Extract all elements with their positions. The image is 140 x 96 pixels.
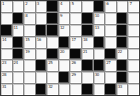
white-cell-r8c5[interactable]: 32: [47, 84, 58, 95]
clue-number: 18: [83, 37, 87, 42]
black-cell-r6c8: [82, 60, 93, 71]
clue-number: 19: [25, 49, 29, 54]
white-cell-r5c9[interactable]: [94, 49, 105, 60]
white-cell-r5c1[interactable]: [1, 49, 12, 60]
white-cell-r2c7[interactable]: [70, 13, 81, 24]
white-cell-r8c9[interactable]: [94, 84, 105, 95]
white-cell-r1c2[interactable]: [13, 1, 24, 12]
white-cell-r5c4[interactable]: [36, 49, 47, 60]
white-cell-r7c7[interactable]: 29: [70, 72, 81, 83]
black-cell-r4c9: [94, 37, 105, 48]
clue-number: 22: [118, 49, 122, 54]
clue-number: 31: [2, 84, 6, 89]
white-cell-r8c1[interactable]: 31: [1, 84, 12, 95]
clue-number: 5: [71, 1, 73, 6]
black-cell-r6c11: [117, 60, 128, 71]
white-cell-r7c3[interactable]: [24, 72, 35, 83]
clue-number: 28: [2, 72, 6, 77]
clue-number: 10: [95, 13, 99, 18]
white-cell-r1c1[interactable]: 1: [1, 1, 12, 12]
black-cell-r6c9: [94, 60, 105, 71]
white-cell-r7c9[interactable]: 30: [94, 72, 105, 83]
black-cell-r2c8: [82, 13, 93, 24]
black-cell-r2c5: [47, 13, 58, 24]
white-cell-r1c11[interactable]: [117, 1, 128, 12]
clue-number: 11: [14, 25, 18, 30]
white-cell-r5c3[interactable]: 19: [24, 49, 35, 60]
white-cell-r1c7[interactable]: 5: [70, 1, 81, 12]
white-cell-r3c6[interactable]: 12: [59, 25, 70, 36]
clue-number: 16: [37, 37, 41, 42]
black-cell-r4c6: [59, 37, 70, 48]
white-cell-r7c10[interactable]: [105, 72, 116, 83]
clue-number: 20: [60, 49, 64, 54]
black-cell-r3c1: [1, 25, 12, 36]
white-cell-r4c7[interactable]: 17: [70, 37, 81, 48]
white-cell-r5c6[interactable]: 20: [59, 49, 70, 60]
black-cell-r3c5: [47, 25, 58, 36]
clue-number: 9: [60, 13, 62, 18]
white-cell-r4c4[interactable]: 16: [36, 37, 47, 48]
white-cell-r4c3[interactable]: 15: [24, 37, 35, 48]
black-cell-r8c4: [36, 84, 47, 95]
black-cell-r5c7: [70, 49, 81, 60]
black-cell-r1c5: [47, 1, 58, 12]
white-cell-r5c11[interactable]: 22: [117, 49, 128, 60]
white-cell-r2c12[interactable]: [128, 13, 139, 24]
black-cell-r3c8: [82, 25, 93, 36]
white-cell-r8c11[interactable]: 33: [117, 84, 128, 95]
white-cell-r8c6[interactable]: [59, 84, 70, 95]
clue-number: 3: [37, 1, 39, 6]
black-cell-r3c11: [117, 25, 128, 36]
clue-number: 23: [2, 60, 6, 65]
clue-number: 32: [48, 84, 52, 89]
clue-number: 33: [118, 84, 122, 89]
black-cell-r8c8: [82, 84, 93, 95]
white-cell-r6c3[interactable]: [24, 60, 35, 71]
white-cell-r5c8[interactable]: 21: [82, 49, 93, 60]
white-cell-r8c7[interactable]: [70, 84, 81, 95]
clue-number: 4: [60, 1, 62, 6]
white-cell-r4c12[interactable]: [128, 37, 139, 48]
black-cell-r7c6: [59, 72, 70, 83]
white-cell-r7c2[interactable]: [13, 72, 24, 83]
white-cell-r1c6[interactable]: 4: [59, 1, 70, 12]
white-cell-r7c5[interactable]: [47, 72, 58, 83]
clue-number: 21: [83, 49, 87, 54]
white-cell-r6c7[interactable]: 26: [70, 60, 81, 71]
white-cell-r2c9[interactable]: 10: [94, 13, 105, 24]
white-cell-r3c7[interactable]: [70, 25, 81, 36]
white-cell-r1c10[interactable]: 6: [105, 1, 116, 12]
white-cell-r7c1[interactable]: 28: [1, 72, 12, 83]
black-cell-r2c11: [117, 13, 128, 24]
clue-number: 13: [95, 25, 99, 30]
white-cell-r4c10[interactable]: [105, 37, 116, 48]
clue-number: 17: [71, 37, 75, 42]
black-cell-r5c2: [13, 49, 24, 60]
white-cell-r1c4[interactable]: 3: [36, 1, 47, 12]
white-cell-r6c1[interactable]: 23: [1, 60, 12, 71]
clue-number: 8: [25, 13, 27, 18]
clue-number: 27: [106, 60, 110, 65]
black-cell-r8c10: [105, 84, 116, 95]
white-cell-r6c6[interactable]: [59, 60, 70, 71]
clue-number: 1: [2, 1, 4, 6]
white-cell-r3c2[interactable]: 11: [13, 25, 24, 36]
clue-number: 7: [129, 1, 131, 6]
black-cell-r6c4: [36, 60, 47, 71]
white-cell-r3c10[interactable]: [105, 25, 116, 36]
white-cell-r3c9[interactable]: 13: [94, 25, 105, 36]
white-cell-r7c8[interactable]: [82, 72, 93, 83]
white-cell-r4c1[interactable]: 14: [1, 37, 12, 48]
black-cell-r4c2: [13, 37, 24, 48]
white-cell-r6c5[interactable]: 25: [47, 60, 58, 71]
clue-number: 29: [71, 72, 75, 77]
black-cell-r2c2: [13, 13, 24, 24]
black-cell-r7c11: [117, 72, 128, 83]
clue-number: 24: [14, 60, 18, 65]
black-cell-r4c11: [117, 37, 128, 48]
clue-number: 30: [95, 72, 99, 77]
white-cell-r7c4[interactable]: [36, 72, 47, 83]
black-cell-r1c9: [94, 1, 105, 12]
black-cell-r5c5: [47, 49, 58, 60]
white-cell-r1c12[interactable]: 7: [128, 1, 139, 12]
clue-number: 6: [106, 1, 108, 6]
white-cell-r2c4[interactable]: [36, 13, 47, 24]
white-cell-r4c8[interactable]: 18: [82, 37, 93, 48]
white-cell-r2c3[interactable]: 8: [24, 13, 35, 24]
clue-number: 14: [2, 37, 6, 42]
white-cell-r8c12[interactable]: [128, 84, 139, 95]
clue-number: 26: [71, 60, 75, 65]
white-cell-r2c10[interactable]: [105, 13, 116, 24]
white-cell-r3c3[interactable]: [24, 25, 35, 36]
white-cell-r2c1[interactable]: [1, 13, 12, 24]
black-cell-r3c4: [36, 25, 47, 36]
white-cell-r7c12[interactable]: [128, 72, 139, 83]
white-cell-r5c12[interactable]: [128, 49, 139, 60]
white-cell-r2c6[interactable]: 9: [59, 13, 70, 24]
white-cell-r6c12[interactable]: [128, 60, 139, 71]
white-cell-r1c3[interactable]: 2: [24, 1, 35, 12]
white-cell-r1c8[interactable]: [82, 1, 93, 12]
white-cell-r4c5[interactable]: [47, 37, 58, 48]
clue-number: 2: [25, 1, 27, 6]
crossword-grid: 1234567891011121314151617181920212223242…: [0, 0, 140, 96]
clue-number: 15: [25, 37, 29, 42]
white-cell-r8c3[interactable]: [24, 84, 35, 95]
clue-number: 25: [48, 60, 52, 65]
white-cell-r6c10[interactable]: 27: [105, 60, 116, 71]
white-cell-r8c2[interactable]: [13, 84, 24, 95]
black-cell-r5c10: [105, 49, 116, 60]
white-cell-r6c2[interactable]: 24: [13, 60, 24, 71]
white-cell-r3c12[interactable]: [128, 25, 139, 36]
clue-number: 12: [60, 25, 64, 30]
